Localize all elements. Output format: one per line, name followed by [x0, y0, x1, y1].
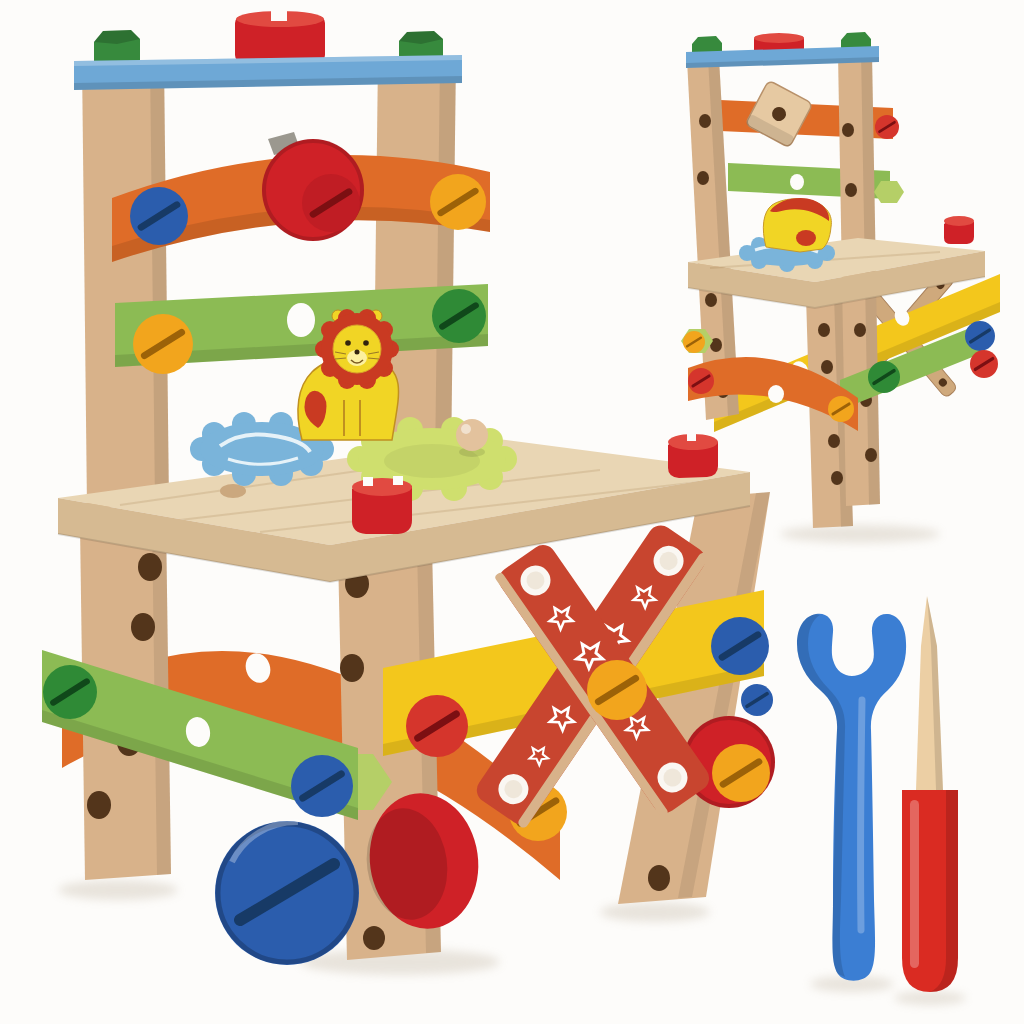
peg-hole — [854, 323, 866, 337]
shadow — [58, 880, 178, 900]
green-screw — [43, 665, 97, 719]
blue-screw — [711, 617, 769, 675]
shadow — [600, 902, 710, 922]
peg-hole — [131, 613, 155, 641]
peg-hole — [697, 171, 709, 185]
red-screw — [406, 695, 468, 757]
nut-notch — [393, 476, 403, 485]
rear-seat-red-nut — [944, 216, 974, 244]
nut-notch — [687, 433, 696, 441]
yellow-screw — [587, 660, 647, 720]
yellow-screw — [712, 744, 770, 802]
glint — [861, 700, 862, 930]
seat-red-nut-rear — [668, 433, 718, 478]
blue-screw — [965, 321, 995, 351]
glint — [910, 800, 919, 968]
hidden-blue-screw — [741, 684, 773, 716]
yellow-screw — [828, 396, 854, 422]
peg-hole — [842, 123, 854, 137]
lion-nose — [355, 350, 360, 355]
red-screw — [970, 350, 998, 378]
peg-hole — [705, 293, 717, 307]
lion-eye — [363, 340, 369, 346]
nut-notch — [271, 11, 287, 21]
lion-tail — [796, 230, 816, 246]
slat-hole — [287, 303, 315, 337]
yellow-screw — [430, 174, 486, 230]
rear-lion — [763, 198, 831, 252]
blue-screw — [291, 755, 353, 817]
seat-red-nut-front — [352, 476, 412, 534]
green-screw — [432, 289, 486, 343]
peg-hole — [648, 865, 670, 891]
nut-notch — [363, 477, 373, 486]
seat-hole — [220, 484, 246, 498]
glint — [461, 424, 471, 434]
peg-hole — [818, 323, 830, 337]
dark-red-screw — [302, 174, 360, 232]
red-screw — [875, 115, 899, 139]
blue-screw — [130, 187, 188, 245]
slat-hole — [790, 174, 804, 190]
peg-hole — [831, 471, 843, 485]
lion-eye — [345, 340, 351, 346]
rear-top-bar — [686, 32, 879, 68]
peg-hole — [865, 448, 877, 462]
wood-ball — [456, 419, 488, 451]
peg-hole — [363, 926, 385, 950]
peg-hole — [828, 434, 840, 448]
red-screw — [688, 368, 714, 394]
green-screw — [868, 361, 900, 393]
peg-hole — [138, 553, 162, 581]
peg-hole — [87, 791, 111, 819]
slat-hole — [768, 385, 784, 403]
peg-hole — [699, 114, 711, 128]
shadow — [894, 991, 966, 1005]
shadow — [780, 525, 940, 543]
peg-hole — [845, 183, 857, 197]
yellow-screw — [133, 314, 193, 374]
peg-hole — [821, 360, 833, 374]
peg-hole — [340, 654, 364, 682]
yellow-screw — [683, 331, 705, 353]
product-photo — [0, 0, 1024, 1024]
